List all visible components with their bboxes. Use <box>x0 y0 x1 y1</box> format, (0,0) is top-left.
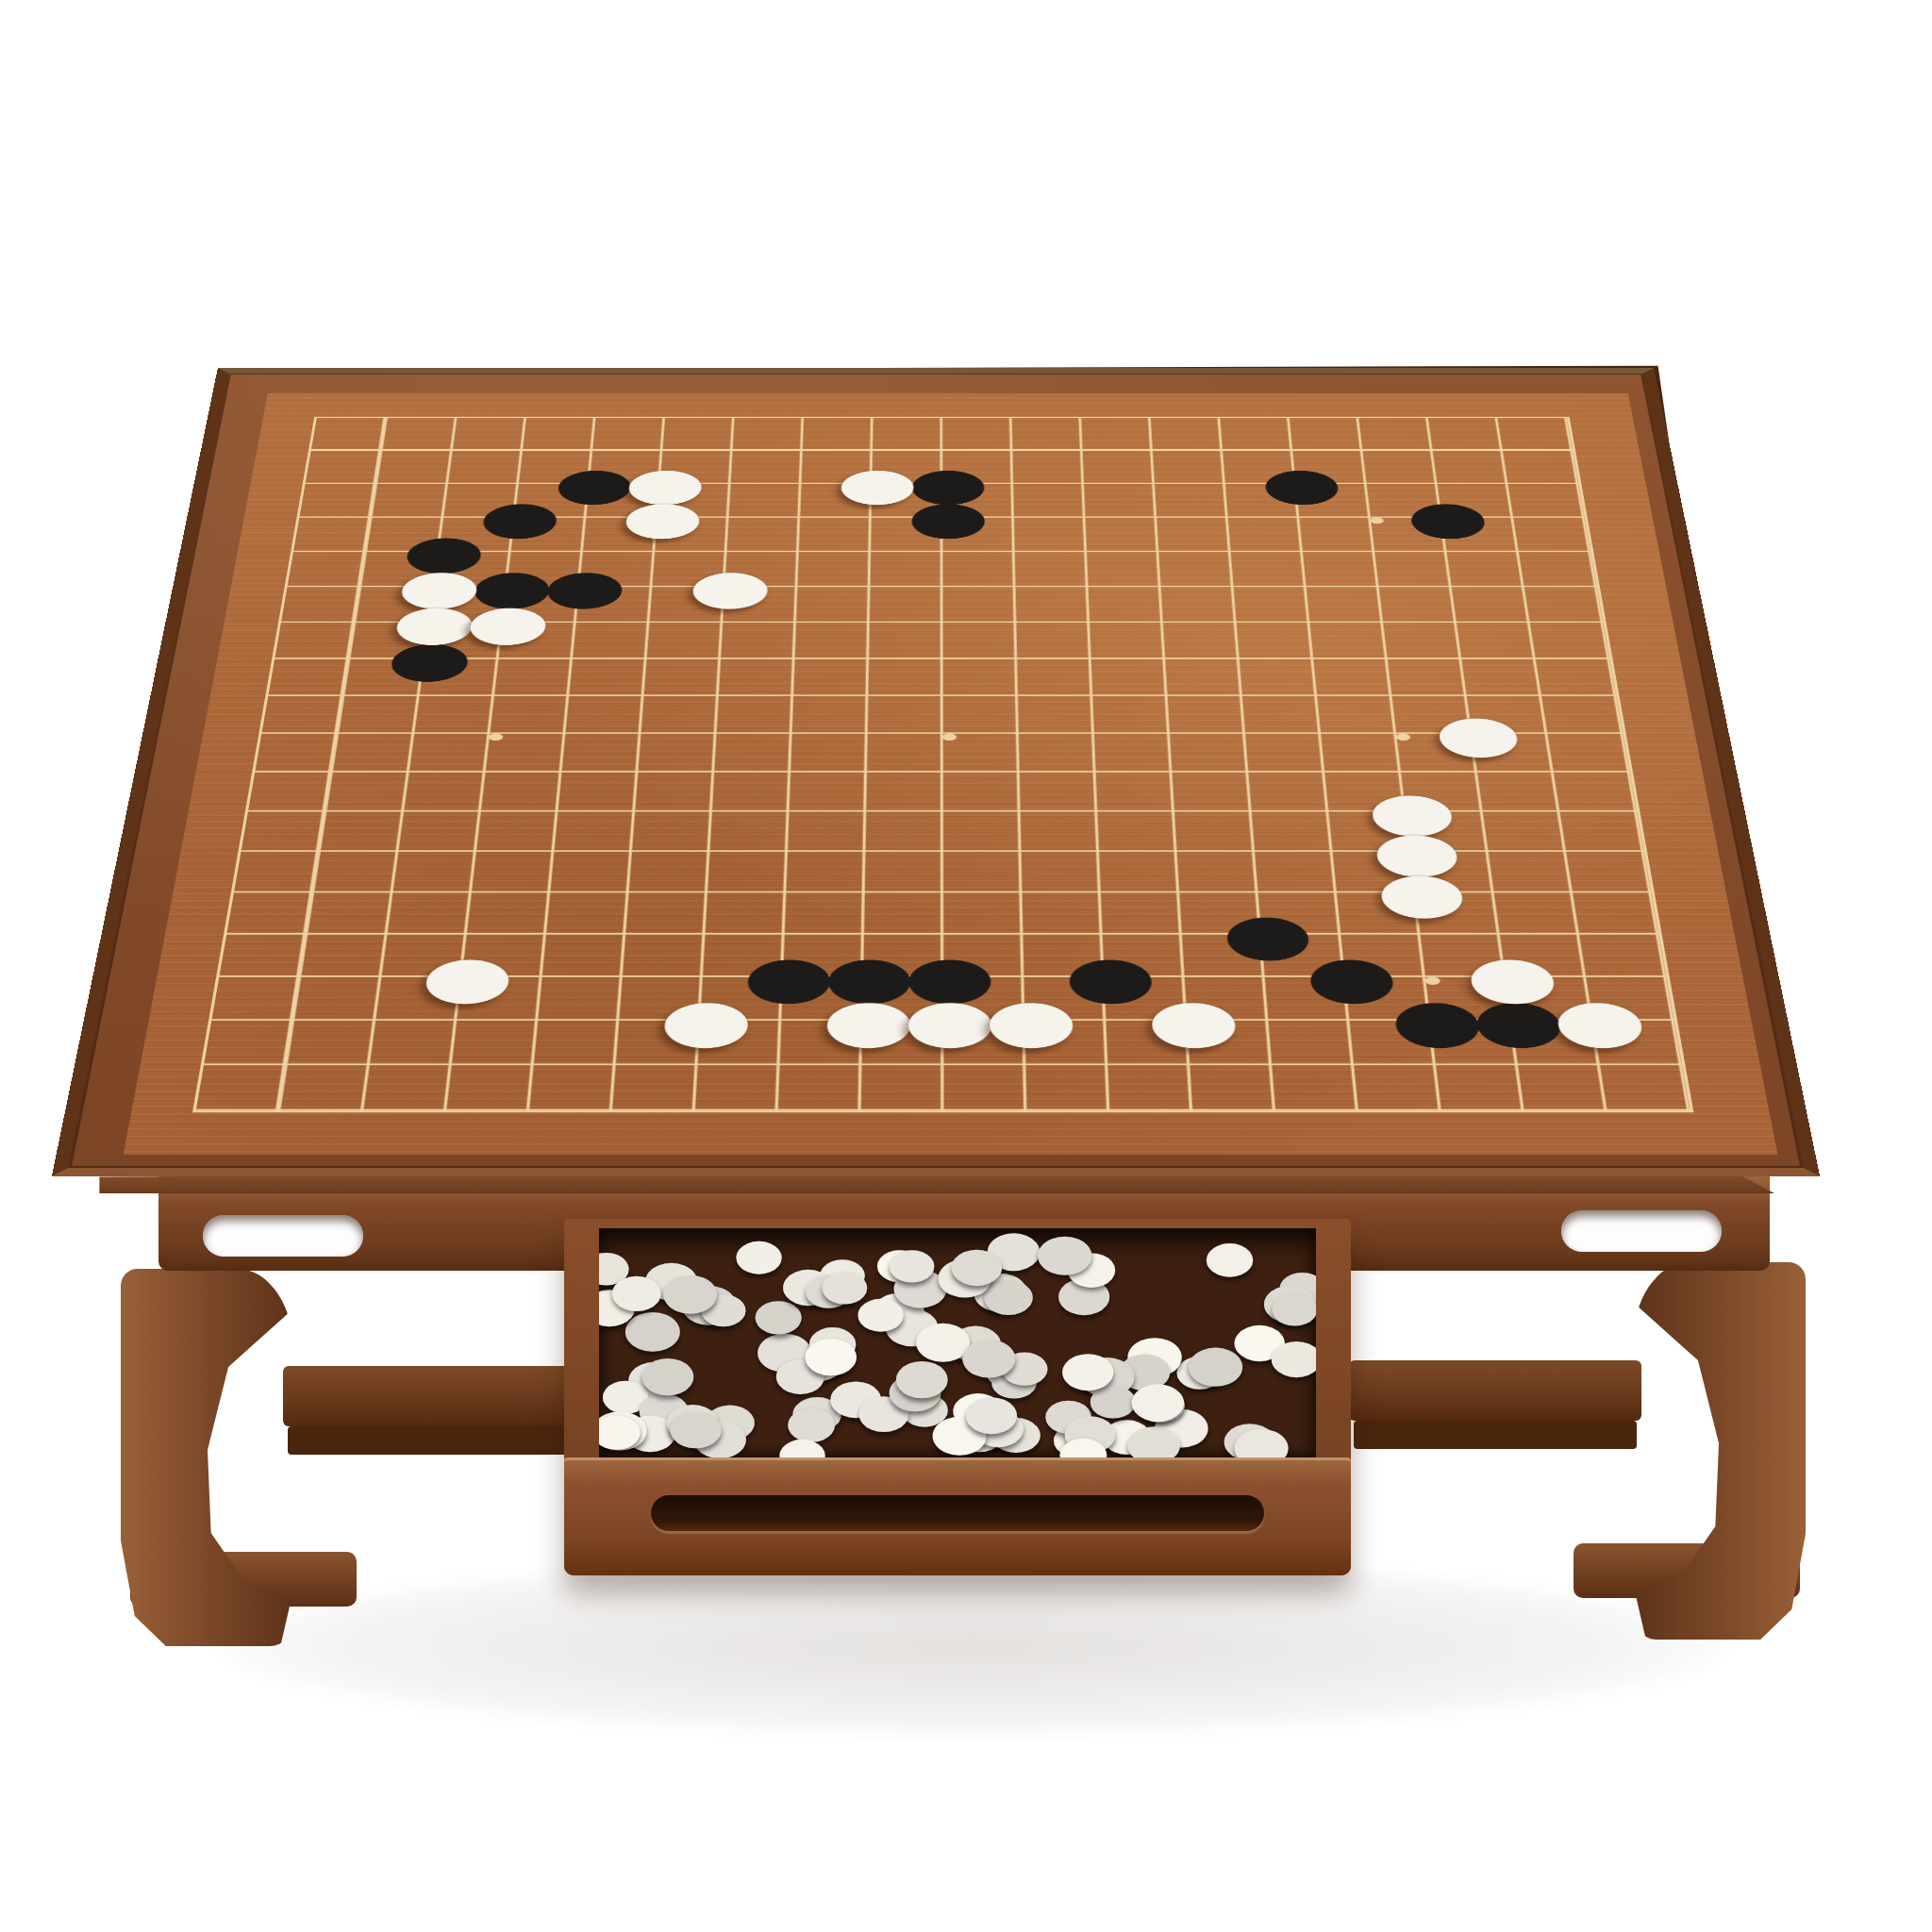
white-stone: ● <box>425 959 509 1003</box>
drawer-white-stone: ● <box>948 1241 1006 1288</box>
drawer-front-panel <box>564 1457 1351 1575</box>
black-stone: ● <box>1265 470 1340 503</box>
drawer-white-stone: ● <box>608 1266 664 1312</box>
drawer-white-stone: ● <box>666 1402 724 1450</box>
drawer-white-stone: ● <box>892 1352 952 1401</box>
board-frame: ●●●●●●●●●●●●●●●●●●●●●●●●●●●●●●●●●●●●● <box>52 368 1820 1176</box>
stone-grid: ●●●●●●●●●●●●●●●●●●●●●●●●●●●●●●●●●●●●● <box>158 405 1742 1137</box>
white-stone: ● <box>625 504 699 538</box>
side-stretcher-left-shadow <box>288 1426 571 1455</box>
white-stone: ● <box>1438 718 1519 757</box>
drawer-white-stone: ● <box>1268 1333 1316 1380</box>
black-stone: ● <box>1410 504 1487 538</box>
white-stone: ● <box>1556 1002 1644 1046</box>
white-stone: ● <box>395 608 474 643</box>
white-stone: ● <box>1380 875 1464 917</box>
black-stone: ● <box>482 504 558 538</box>
drawer-white-stone: ● <box>886 1241 938 1284</box>
apron-handle-cutout-left <box>203 1215 363 1257</box>
drawer-white-stone: ● <box>801 1329 859 1377</box>
white-stone: ● <box>1470 959 1557 1003</box>
drawer-white-stone: ● <box>1231 1419 1292 1457</box>
drawer-white-stone: ● <box>1269 1286 1316 1328</box>
black-stone: ● <box>1226 917 1309 959</box>
black-stone: ● <box>912 504 984 538</box>
drawer-white-stone: ● <box>1034 1228 1095 1276</box>
side-stretcher-right-shadow <box>1354 1421 1637 1449</box>
white-stone: ● <box>692 573 767 608</box>
white-stone: ● <box>469 608 546 643</box>
white-stone: ● <box>841 470 913 503</box>
drawer-white-stone: ● <box>733 1233 785 1276</box>
side-stretcher-right <box>1349 1360 1641 1421</box>
drawer-white-stone: ● <box>1058 1344 1117 1392</box>
drawer-handle-slot <box>651 1495 1264 1531</box>
drawer-white-stone: ● <box>659 1265 721 1316</box>
drawer-white-stone: ● <box>1056 1429 1109 1457</box>
black-stone: ● <box>558 470 631 503</box>
white-stone: ● <box>827 1002 909 1046</box>
drawer-white-stone: ● <box>638 1349 697 1398</box>
apron-handle-cutout-right <box>1561 1210 1722 1252</box>
black-stone: ● <box>547 573 624 608</box>
drawer-white-stone: ● <box>1185 1338 1247 1389</box>
drawer-white-stone: ● <box>1203 1235 1257 1279</box>
side-stretcher-left <box>283 1366 575 1426</box>
drawer-white-stone: ● <box>1128 1374 1188 1424</box>
go-board: ●●●●●●●●●●●●●●●●●●●●●●●●●●●●●●●●●●●●● <box>124 393 1778 1156</box>
black-stone: ● <box>1309 959 1394 1003</box>
white-stone: ● <box>1152 1002 1236 1046</box>
black-stone: ● <box>748 959 830 1003</box>
black-stone: ● <box>1070 959 1152 1003</box>
drawer-tray: ●●●●●●●●●●●●●●●●●●●●●●●●●●●●●●●●●●●●●●●●… <box>599 1228 1316 1457</box>
floor-shadow <box>217 1557 1726 1736</box>
white-stone: ● <box>909 1002 991 1046</box>
white-stone: ● <box>664 1002 748 1046</box>
tabletop: ●●●●●●●●●●●●●●●●●●●●●●●●●●●●●●●●●●●●● <box>52 368 1820 1176</box>
drawer-white-stone: ● <box>958 1329 1019 1379</box>
drawer-white-stone: ● <box>962 1389 1021 1437</box>
white-stone: ● <box>991 1002 1073 1046</box>
stone-drawer: ●●●●●●●●●●●●●●●●●●●●●●●●●●●●●●●●●●●●●●●●… <box>564 1219 1351 1575</box>
black-stone: ● <box>1394 1002 1481 1046</box>
drawer-white-stone: ● <box>776 1431 828 1457</box>
drawer-white-stone: ● <box>855 1291 907 1334</box>
drawer-white-stone: ● <box>599 1407 643 1452</box>
